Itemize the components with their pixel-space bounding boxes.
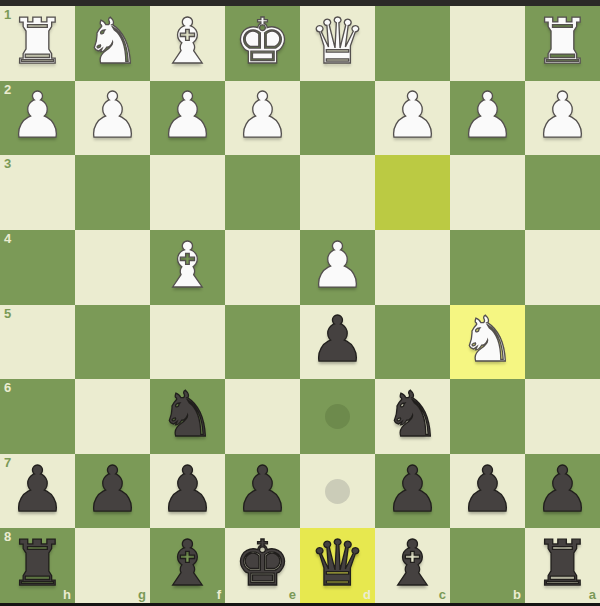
square-b4[interactable] [450,230,525,305]
white-pawn-d4[interactable]: ♟ [309,234,365,297]
square-c5[interactable] [375,305,450,380]
square-f1[interactable]: ♝ [150,6,225,81]
square-d7[interactable] [300,454,375,529]
legal-move-dot-d6[interactable] [325,404,350,429]
square-d5[interactable]: ♟ [300,305,375,380]
square-g4[interactable] [75,230,150,305]
square-b7[interactable]: ♟ [450,454,525,529]
square-d3[interactable] [300,155,375,230]
square-h6[interactable]: 6 [0,379,75,454]
white-pawn-a2[interactable]: ♟ [534,84,590,147]
square-g8[interactable]: g [75,528,150,603]
square-b3[interactable] [450,155,525,230]
square-d4[interactable]: ♟ [300,230,375,305]
square-c2[interactable]: ♟ [375,81,450,156]
black-pawn-g7[interactable]: ♟ [84,458,140,521]
square-f3[interactable] [150,155,225,230]
square-g1[interactable]: ♞ [75,6,150,81]
square-a3[interactable] [525,155,600,230]
square-c7[interactable]: ♟ [375,454,450,529]
square-e8[interactable]: e♚ [225,528,300,603]
black-pawn-c7[interactable]: ♟ [384,458,440,521]
black-queen-d8[interactable]: ♛ [309,532,365,595]
rank-label-6: 6 [4,381,11,394]
square-e2[interactable]: ♟ [225,81,300,156]
white-pawn-f2[interactable]: ♟ [159,84,215,147]
square-f2[interactable]: ♟ [150,81,225,156]
black-rook-a8[interactable]: ♜ [534,532,590,595]
square-h8[interactable]: 8h♜ [0,528,75,603]
square-f8[interactable]: f♝ [150,528,225,603]
square-h4[interactable]: 4 [0,230,75,305]
square-e1[interactable]: ♚ [225,6,300,81]
square-e5[interactable] [225,305,300,380]
black-pawn-f7[interactable]: ♟ [159,458,215,521]
white-pawn-b2[interactable]: ♟ [459,84,515,147]
file-label-g: g [138,588,146,601]
square-g7[interactable]: ♟ [75,454,150,529]
square-a6[interactable] [525,379,600,454]
square-h5[interactable]: 5 [0,305,75,380]
black-bishop-f8[interactable]: ♝ [159,532,215,595]
black-knight-c6[interactable]: ♞ [384,383,440,446]
square-a5[interactable] [525,305,600,380]
square-c1[interactable] [375,6,450,81]
black-pawn-b7[interactable]: ♟ [459,458,515,521]
white-pawn-c2[interactable]: ♟ [384,84,440,147]
white-pawn-h2[interactable]: ♟ [9,84,65,147]
square-a1[interactable]: ♜ [525,6,600,81]
square-f7[interactable]: ♟ [150,454,225,529]
square-a4[interactable] [525,230,600,305]
square-h1[interactable]: 1♜ [0,6,75,81]
square-b1[interactable] [450,6,525,81]
file-label-f: f [217,588,221,601]
square-e3[interactable] [225,155,300,230]
square-f5[interactable] [150,305,225,380]
white-bishop-f4[interactable]: ♝ [159,234,215,297]
file-label-b: b [513,588,521,601]
black-pawn-a7[interactable]: ♟ [534,458,590,521]
square-d6[interactable] [300,379,375,454]
black-rook-h8[interactable]: ♜ [9,532,65,595]
chess-app-window: 1♜♞♝♚♛♜2♟♟♟♟♟♟♟34♝♟5♟♞6♞♞7♟♟♟♟♟♟♟8h♜gf♝e… [0,0,600,606]
square-b2[interactable]: ♟ [450,81,525,156]
square-h2[interactable]: 2♟ [0,81,75,156]
square-b5[interactable]: ♞ [450,305,525,380]
square-h3[interactable]: 3 [0,155,75,230]
rank-label-4: 4 [4,232,11,245]
square-c8[interactable]: c♝ [375,528,450,603]
chess-board[interactable]: 1♜♞♝♚♛♜2♟♟♟♟♟♟♟34♝♟5♟♞6♞♞7♟♟♟♟♟♟♟8h♜gf♝e… [0,6,600,603]
square-c3[interactable] [375,155,450,230]
white-knight-g1[interactable]: ♞ [84,10,140,73]
square-d2[interactable] [300,81,375,156]
black-pawn-h7[interactable]: ♟ [9,458,65,521]
square-c4[interactable] [375,230,450,305]
white-rook-a1[interactable]: ♜ [534,10,590,73]
square-h7[interactable]: 7♟ [0,454,75,529]
square-b8[interactable]: b [450,528,525,603]
square-g3[interactable] [75,155,150,230]
square-a8[interactable]: a♜ [525,528,600,603]
square-d8[interactable]: d♛ [300,528,375,603]
rank-label-3: 3 [4,157,11,170]
rank-label-5: 5 [4,307,11,320]
square-b6[interactable] [450,379,525,454]
square-a7[interactable]: ♟ [525,454,600,529]
square-c6[interactable]: ♞ [375,379,450,454]
black-king-e8[interactable]: ♚ [234,532,290,595]
square-e4[interactable] [225,230,300,305]
black-bishop-c8[interactable]: ♝ [384,532,440,595]
white-queen-d1[interactable]: ♛ [309,10,365,73]
legal-move-dot-d7[interactable] [325,479,350,504]
square-e7[interactable]: ♟ [225,454,300,529]
white-rook-h1[interactable]: ♜ [9,10,65,73]
square-f4[interactable]: ♝ [150,230,225,305]
square-a2[interactable]: ♟ [525,81,600,156]
square-d1[interactable]: ♛ [300,6,375,81]
white-king-e1[interactable]: ♚ [234,10,290,73]
square-g6[interactable] [75,379,150,454]
square-f6[interactable]: ♞ [150,379,225,454]
white-pawn-e2[interactable]: ♟ [234,84,290,147]
white-pawn-g2[interactable]: ♟ [84,84,140,147]
black-knight-f6[interactable]: ♞ [159,383,215,446]
white-bishop-f1[interactable]: ♝ [159,10,215,73]
square-g2[interactable]: ♟ [75,81,150,156]
white-knight-b5[interactable]: ♞ [459,308,515,371]
square-e6[interactable] [225,379,300,454]
black-pawn-d5[interactable]: ♟ [309,308,365,371]
black-pawn-e7[interactable]: ♟ [234,458,290,521]
square-g5[interactable] [75,305,150,380]
